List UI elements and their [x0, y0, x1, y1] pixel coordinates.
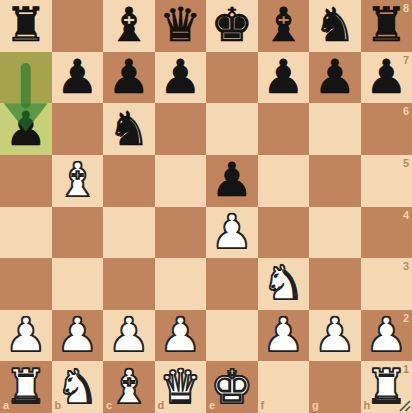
- square-f5[interactable]: [258, 155, 310, 207]
- rank-label-5: 5: [403, 158, 409, 169]
- rank-label-4: 4: [403, 210, 409, 221]
- square-e8[interactable]: ♚: [206, 0, 258, 52]
- chess-board: ♜♝♛♚♝♞♜8♟♟♟♟♟♟7♟♞6♝♟5♟4♞3♟♟♟♟♟♟♟2♜a♞b♝c♛…: [0, 0, 412, 413]
- piece-white-pawn[interactable]: ♟: [5, 311, 47, 358]
- rank-label-3: 3: [403, 261, 409, 272]
- piece-black-pawn[interactable]: ♟: [5, 105, 47, 152]
- square-c4[interactable]: [103, 207, 155, 259]
- square-c3[interactable]: [103, 258, 155, 310]
- piece-black-pawn[interactable]: ♟: [314, 53, 356, 100]
- square-d3[interactable]: [155, 258, 207, 310]
- square-f6[interactable]: [258, 103, 310, 155]
- piece-white-knight[interactable]: ♞: [56, 363, 98, 410]
- piece-white-pawn[interactable]: ♟: [159, 311, 201, 358]
- square-g1[interactable]: g: [309, 361, 361, 413]
- square-c6[interactable]: ♞: [103, 103, 155, 155]
- piece-white-pawn[interactable]: ♟: [108, 311, 150, 358]
- square-d2[interactable]: ♟: [155, 310, 207, 362]
- square-h8[interactable]: ♜8: [361, 0, 412, 52]
- square-d7[interactable]: ♟: [155, 52, 207, 104]
- square-g7[interactable]: ♟: [309, 52, 361, 104]
- square-b2[interactable]: ♟: [52, 310, 104, 362]
- square-h5[interactable]: 5: [361, 155, 412, 207]
- square-c5[interactable]: [103, 155, 155, 207]
- piece-white-bishop[interactable]: ♝: [56, 156, 98, 203]
- square-e1[interactable]: ♚e: [206, 361, 258, 413]
- square-c1[interactable]: ♝c: [103, 361, 155, 413]
- rank-label-6: 6: [403, 106, 409, 117]
- square-a7[interactable]: [0, 52, 52, 104]
- square-e2[interactable]: [206, 310, 258, 362]
- square-a4[interactable]: [0, 207, 52, 259]
- square-b8[interactable]: [52, 0, 104, 52]
- square-g4[interactable]: [309, 207, 361, 259]
- piece-white-pawn[interactable]: ♟: [365, 311, 407, 358]
- square-a8[interactable]: ♜: [0, 0, 52, 52]
- square-d8[interactable]: ♛: [155, 0, 207, 52]
- square-b4[interactable]: [52, 207, 104, 259]
- piece-white-pawn[interactable]: ♟: [314, 311, 356, 358]
- square-b6[interactable]: [52, 103, 104, 155]
- piece-white-king[interactable]: ♚: [211, 363, 253, 410]
- square-e7[interactable]: [206, 52, 258, 104]
- square-g3[interactable]: [309, 258, 361, 310]
- square-d1[interactable]: ♛d: [155, 361, 207, 413]
- square-h2[interactable]: ♟2: [361, 310, 412, 362]
- square-g6[interactable]: [309, 103, 361, 155]
- square-f2[interactable]: ♟: [258, 310, 310, 362]
- piece-black-pawn[interactable]: ♟: [56, 53, 98, 100]
- piece-white-bishop[interactable]: ♝: [108, 363, 150, 410]
- square-c2[interactable]: ♟: [103, 310, 155, 362]
- piece-black-rook[interactable]: ♜: [365, 1, 407, 48]
- piece-white-knight[interactable]: ♞: [262, 259, 304, 306]
- piece-black-bishop[interactable]: ♝: [108, 1, 150, 48]
- piece-black-rook[interactable]: ♜: [5, 1, 47, 48]
- square-c8[interactable]: ♝: [103, 0, 155, 52]
- square-e4[interactable]: ♟: [206, 207, 258, 259]
- square-h3[interactable]: 3: [361, 258, 412, 310]
- piece-black-pawn[interactable]: ♟: [262, 53, 304, 100]
- square-a6[interactable]: ♟: [0, 103, 52, 155]
- square-f3[interactable]: ♞: [258, 258, 310, 310]
- square-c7[interactable]: ♟: [103, 52, 155, 104]
- square-g2[interactable]: ♟: [309, 310, 361, 362]
- square-e6[interactable]: [206, 103, 258, 155]
- square-f8[interactable]: ♝: [258, 0, 310, 52]
- piece-black-knight[interactable]: ♞: [108, 105, 150, 152]
- piece-black-queen[interactable]: ♛: [159, 1, 201, 48]
- square-h6[interactable]: 6: [361, 103, 412, 155]
- square-a3[interactable]: [0, 258, 52, 310]
- square-g5[interactable]: [309, 155, 361, 207]
- square-b3[interactable]: [52, 258, 104, 310]
- square-f1[interactable]: f: [258, 361, 310, 413]
- square-g8[interactable]: ♞: [309, 0, 361, 52]
- square-b7[interactable]: ♟: [52, 52, 104, 104]
- square-a5[interactable]: [0, 155, 52, 207]
- square-h4[interactable]: 4: [361, 207, 412, 259]
- square-e5[interactable]: ♟: [206, 155, 258, 207]
- square-d6[interactable]: [155, 103, 207, 155]
- piece-white-pawn[interactable]: ♟: [262, 311, 304, 358]
- square-a1[interactable]: ♜a: [0, 361, 52, 413]
- board-squares: ♜♝♛♚♝♞♜8♟♟♟♟♟♟7♟♞6♝♟5♟4♞3♟♟♟♟♟♟♟2♜a♞b♝c♛…: [0, 0, 412, 413]
- piece-white-queen[interactable]: ♛: [159, 363, 201, 410]
- square-a2[interactable]: ♟: [0, 310, 52, 362]
- square-e3[interactable]: [206, 258, 258, 310]
- piece-black-king[interactable]: ♚: [211, 1, 253, 48]
- piece-white-rook[interactable]: ♜: [5, 363, 47, 410]
- piece-black-pawn[interactable]: ♟: [108, 53, 150, 100]
- square-f7[interactable]: ♟: [258, 52, 310, 104]
- file-label-f: f: [261, 400, 265, 411]
- piece-black-pawn[interactable]: ♟: [211, 156, 253, 203]
- piece-black-knight[interactable]: ♞: [314, 1, 356, 48]
- square-d5[interactable]: [155, 155, 207, 207]
- piece-white-pawn[interactable]: ♟: [211, 208, 253, 255]
- piece-black-pawn[interactable]: ♟: [365, 53, 407, 100]
- piece-black-bishop[interactable]: ♝: [262, 1, 304, 48]
- file-label-g: g: [312, 400, 319, 411]
- square-b1[interactable]: ♞b: [52, 361, 104, 413]
- piece-black-pawn[interactable]: ♟: [159, 53, 201, 100]
- resize-handle-icon[interactable]: [398, 399, 411, 412]
- piece-white-pawn[interactable]: ♟: [56, 311, 98, 358]
- square-b5[interactable]: ♝: [52, 155, 104, 207]
- square-h7[interactable]: ♟7: [361, 52, 412, 104]
- square-f4[interactable]: [258, 207, 310, 259]
- square-d4[interactable]: [155, 207, 207, 259]
